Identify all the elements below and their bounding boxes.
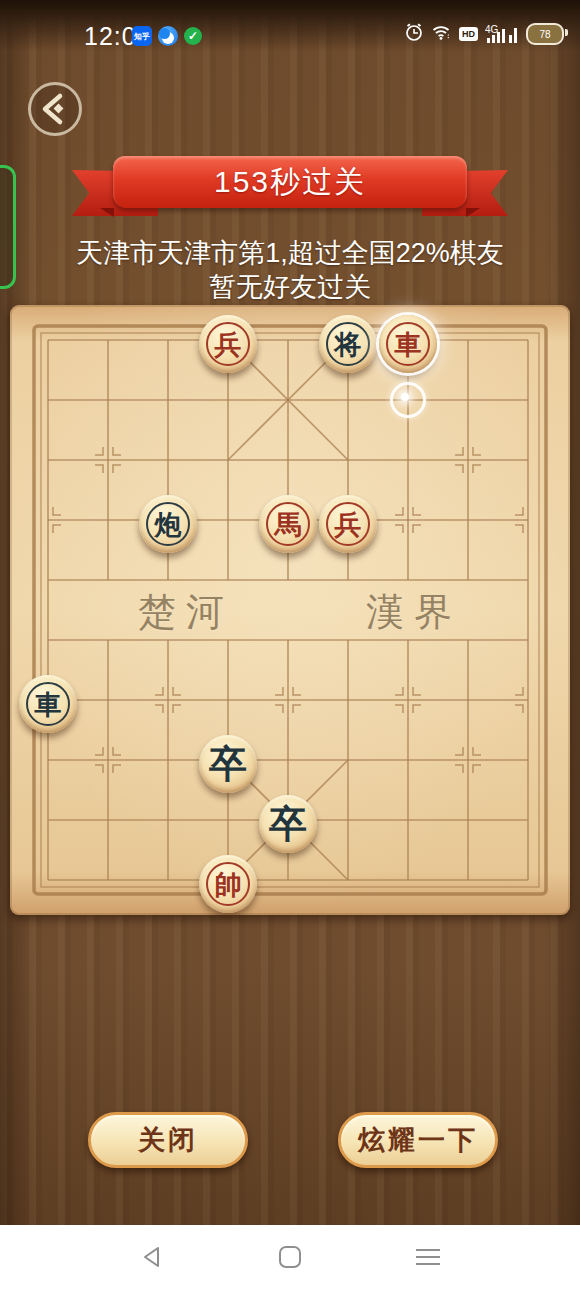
browser-app-icon <box>158 26 178 46</box>
result-text: 天津市天津市第1,超过全国22%棋友 暂无好友过关 <box>0 236 580 304</box>
piece-character: 車 <box>395 331 422 358</box>
status-icons: HD 4G 78 <box>404 22 564 46</box>
cellular-signal-icon: 4G <box>485 24 519 44</box>
banner-title: 153秒过关 <box>113 156 467 208</box>
ribbon-fold-left <box>100 208 114 217</box>
piece-character: 馬 <box>275 511 302 538</box>
piece-black-soldier[interactable]: 卒 <box>259 795 317 853</box>
result-banner: 153秒过关 <box>0 148 580 224</box>
battery-indicator: 78 <box>526 23 564 45</box>
status-bar: 12:03 知乎 ✓ HD 4G 78 <box>0 0 580 60</box>
close-button[interactable]: 关闭 <box>88 1112 248 1168</box>
friends-line: 暂无好友过关 <box>0 270 580 304</box>
nav-recents-icon <box>414 1244 442 1270</box>
piece-character: 兵 <box>335 511 362 538</box>
piece-character: 卒 <box>269 805 307 843</box>
piece-red-soldier[interactable]: 兵 <box>199 315 257 373</box>
piece-red-soldier[interactable]: 兵 <box>319 495 377 553</box>
piece-character: 車 <box>35 691 62 718</box>
piece-character: 帥 <box>215 871 242 898</box>
piece-black-general[interactable]: 将 <box>319 315 377 373</box>
piece-black-soldier[interactable]: 卒 <box>199 735 257 793</box>
piece-red-horse[interactable]: 馬 <box>259 495 317 553</box>
hd-badge: HD <box>459 27 478 41</box>
back-button[interactable] <box>28 82 82 136</box>
last-move-marker <box>390 382 426 418</box>
wifi-icon <box>431 22 452 46</box>
network-type-label: 4G <box>485 24 499 35</box>
rank-line: 天津市天津市第1,超过全国22%棋友 <box>0 236 580 270</box>
nav-recents-button[interactable] <box>408 1225 448 1289</box>
back-chevron-icon <box>31 85 79 133</box>
river-label-right: 漢界 <box>366 587 462 638</box>
brag-button[interactable]: 炫耀一下 <box>338 1112 498 1168</box>
piece-character: 兵 <box>215 331 242 358</box>
nav-home-icon <box>277 1244 303 1270</box>
ribbon-fold-right <box>466 208 480 217</box>
alarm-clock-icon <box>404 22 424 46</box>
piece-character: 炮 <box>155 511 182 538</box>
piece-red-chariot[interactable]: 車 <box>379 315 437 373</box>
piece-black-cannon[interactable]: 炮 <box>139 495 197 553</box>
zhihu-app-icon: 知乎 <box>132 26 152 46</box>
piece-character: 卒 <box>209 745 247 783</box>
river-label-left: 楚河 <box>138 587 234 638</box>
piece-red-general[interactable]: 帥 <box>199 855 257 913</box>
nav-back-button[interactable] <box>132 1225 172 1289</box>
board[interactable]: 楚河 漢界 兵将車炮馬兵車卒卒帥 <box>10 305 570 915</box>
piece-black-chariot[interactable]: 車 <box>19 675 77 733</box>
piece-character: 将 <box>335 331 362 358</box>
system-navbar <box>0 1225 580 1289</box>
nav-back-icon <box>139 1244 165 1270</box>
nav-home-button[interactable] <box>268 1225 312 1289</box>
check-app-icon: ✓ <box>184 27 202 45</box>
